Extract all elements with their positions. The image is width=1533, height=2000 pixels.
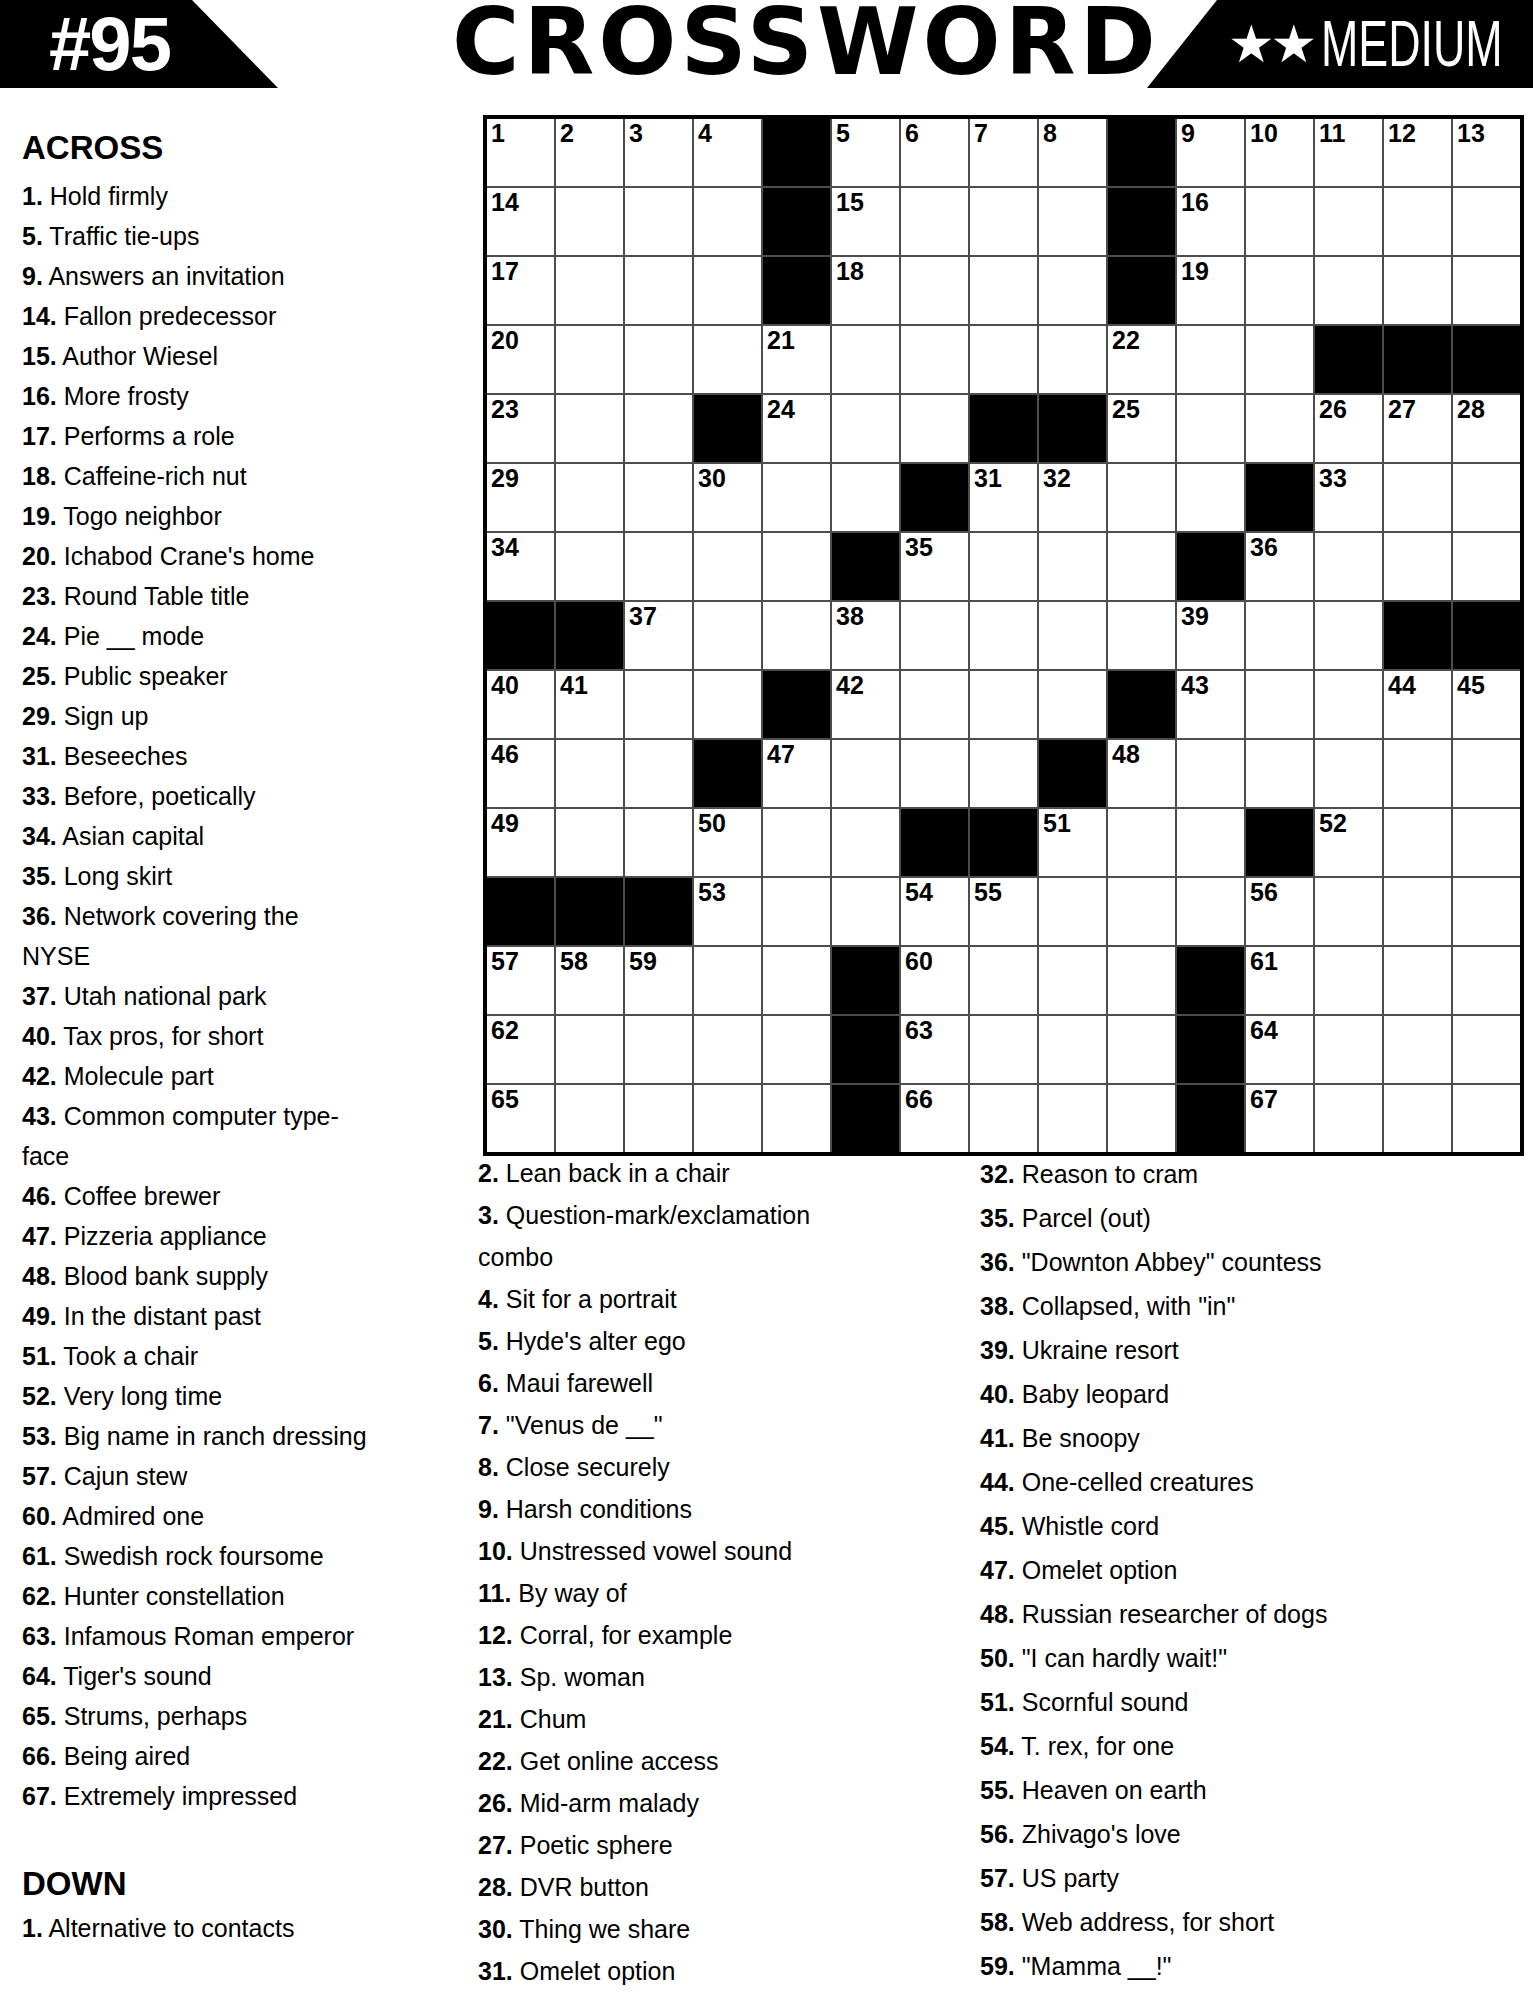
grid-cell[interactable] xyxy=(1246,257,1313,324)
grid-cell[interactable]: 67 xyxy=(1246,1085,1313,1152)
clue: 19. Togo neighbor xyxy=(22,496,477,536)
clue-number: 40. xyxy=(980,1380,1015,1408)
clue-number: 28. xyxy=(478,1873,513,1901)
clue-number: 21. xyxy=(478,1705,513,1733)
grid-cell[interactable]: 31 xyxy=(970,464,1037,531)
grid-cell[interactable] xyxy=(694,602,761,669)
grid-cell[interactable]: 41 xyxy=(556,671,623,738)
grid-cell[interactable] xyxy=(625,809,692,876)
cell-number: 36 xyxy=(1250,533,1278,562)
grid-cell[interactable]: 24 xyxy=(763,395,830,462)
grid-cell[interactable] xyxy=(1246,602,1313,669)
grid-cell[interactable] xyxy=(1453,1016,1520,1083)
clue-text: Question-mark/exclamation combo xyxy=(478,1201,810,1271)
clue-text: Hunter constellation xyxy=(64,1582,285,1610)
clue-number: 26. xyxy=(478,1789,513,1817)
clue: 58. Web address, for short xyxy=(980,1900,1458,1944)
grid-cell[interactable]: 30 xyxy=(694,464,761,531)
grid-cell[interactable]: 58 xyxy=(556,947,623,1014)
difficulty-badge: ★★ MEDIUM xyxy=(1228,0,1533,88)
grid-cell[interactable] xyxy=(763,878,830,945)
grid-cell[interactable]: 16 xyxy=(1177,188,1244,255)
grid-cell[interactable]: 8 xyxy=(1039,119,1106,186)
grid-cell[interactable]: 55 xyxy=(970,878,1037,945)
grid-cell[interactable] xyxy=(694,1085,761,1152)
grid-cell[interactable]: 45 xyxy=(1453,671,1520,738)
grid-cell[interactable] xyxy=(1246,740,1313,807)
grid-cell[interactable]: 28 xyxy=(1453,395,1520,462)
cell-number: 4 xyxy=(698,119,712,148)
grid-cell[interactable] xyxy=(1315,602,1382,669)
grid-cell[interactable] xyxy=(1177,464,1244,531)
grid-cell[interactable] xyxy=(1384,1016,1451,1083)
clue-number: 4. xyxy=(478,1285,499,1313)
clue: 1. Alternative to contacts xyxy=(22,1908,477,1948)
grid-cell[interactable] xyxy=(1108,809,1175,876)
grid-cell[interactable]: 38 xyxy=(832,602,899,669)
grid-cell[interactable]: 54 xyxy=(901,878,968,945)
grid-cell[interactable] xyxy=(625,188,692,255)
clue-text: More frosty xyxy=(64,382,189,410)
grid-cell[interactable]: 5 xyxy=(832,119,899,186)
clue-number: 67. xyxy=(22,1782,57,1810)
clue-text: "Venus de __" xyxy=(506,1411,663,1439)
grid-cell[interactable] xyxy=(832,740,899,807)
grid-cell[interactable]: 35 xyxy=(901,533,968,600)
grid-cell[interactable]: 13 xyxy=(1453,119,1520,186)
grid-cell[interactable] xyxy=(1453,947,1520,1014)
cell-number: 37 xyxy=(629,602,657,631)
grid-cell[interactable] xyxy=(625,1085,692,1152)
cell-number: 14 xyxy=(491,188,519,217)
grid-cell[interactable] xyxy=(694,326,761,393)
clue: 59. "Mamma __!" xyxy=(980,1944,1458,1988)
grid-cell[interactable] xyxy=(1384,188,1451,255)
clue: 52. Very long time xyxy=(22,1376,477,1416)
grid-cell[interactable] xyxy=(763,533,830,600)
grid-cell[interactable] xyxy=(1315,947,1382,1014)
grid-cell[interactable] xyxy=(556,188,623,255)
block-cell xyxy=(1177,947,1244,1014)
clue-number: 9. xyxy=(478,1495,499,1523)
clue-number: 46. xyxy=(22,1182,57,1210)
grid-cell[interactable] xyxy=(1177,809,1244,876)
grid-cell[interactable] xyxy=(1315,1085,1382,1152)
grid-cell[interactable]: 65 xyxy=(487,1085,554,1152)
grid-cell[interactable]: 44 xyxy=(1384,671,1451,738)
grid-cell[interactable]: 48 xyxy=(1108,740,1175,807)
grid-cell[interactable]: 59 xyxy=(625,947,692,1014)
grid-cell[interactable]: 51 xyxy=(1039,809,1106,876)
grid-cell[interactable] xyxy=(832,464,899,531)
clue-text: T. rex, for one xyxy=(1021,1732,1174,1760)
grid-cell[interactable] xyxy=(832,326,899,393)
grid-cell[interactable] xyxy=(556,740,623,807)
clue-number: 15. xyxy=(22,342,57,370)
grid-cell[interactable]: 34 xyxy=(487,533,554,600)
grid-cell[interactable] xyxy=(625,1016,692,1083)
grid-cell[interactable] xyxy=(694,188,761,255)
grid-cell[interactable] xyxy=(1108,602,1175,669)
grid-cell[interactable] xyxy=(970,1016,1037,1083)
grid-cell[interactable]: 19 xyxy=(1177,257,1244,324)
grid-cell[interactable] xyxy=(1384,1085,1451,1152)
grid-cell[interactable]: 27 xyxy=(1384,395,1451,462)
clue: 32. Reason to cram xyxy=(980,1152,1458,1196)
clue-number: 54. xyxy=(980,1732,1015,1760)
grid-cell[interactable]: 14 xyxy=(487,188,554,255)
block-cell xyxy=(1108,671,1175,738)
grid-cell[interactable]: 17 xyxy=(487,257,554,324)
grid-cell[interactable] xyxy=(625,671,692,738)
grid-cell[interactable] xyxy=(1453,257,1520,324)
clue-text: Alternative to contacts xyxy=(48,1914,294,1942)
grid-cell[interactable] xyxy=(625,395,692,462)
block-cell xyxy=(1246,464,1313,531)
cell-number: 54 xyxy=(905,878,933,907)
grid-cell[interactable]: 12 xyxy=(1384,119,1451,186)
grid-cell[interactable]: 10 xyxy=(1246,119,1313,186)
grid-cell[interactable] xyxy=(1453,740,1520,807)
grid-cell[interactable] xyxy=(1039,1085,1106,1152)
grid-cell[interactable] xyxy=(556,326,623,393)
clue-number: 5. xyxy=(478,1327,499,1355)
cell-number: 24 xyxy=(767,395,795,424)
grid-cell[interactable] xyxy=(1246,326,1313,393)
grid-cell[interactable] xyxy=(970,188,1037,255)
clue-text: Russian researcher of dogs xyxy=(1022,1600,1328,1628)
cell-number: 9 xyxy=(1181,119,1195,148)
block-cell xyxy=(694,740,761,807)
grid-cell[interactable] xyxy=(1177,326,1244,393)
grid-cell[interactable]: 22 xyxy=(1108,326,1175,393)
grid-cell[interactable] xyxy=(1453,533,1520,600)
clue-number: 20. xyxy=(22,542,57,570)
cell-number: 38 xyxy=(836,602,864,631)
grid-cell[interactable] xyxy=(1177,740,1244,807)
clue-number: 12. xyxy=(478,1621,513,1649)
clue: 6. Maui farewell xyxy=(478,1362,946,1404)
grid-cell[interactable] xyxy=(1108,1016,1175,1083)
grid-cell[interactable] xyxy=(1315,671,1382,738)
down-clues-section-left: DOWN 1. Alternative to contacts xyxy=(22,1866,477,1948)
grid-cell[interactable] xyxy=(1384,740,1451,807)
grid-cell[interactable]: 56 xyxy=(1246,878,1313,945)
clue: 38. Collapsed, with "in" xyxy=(980,1284,1458,1328)
clue-number: 57. xyxy=(980,1864,1015,1892)
clue-text: Strums, perhaps xyxy=(64,1702,247,1730)
clue: 66. Being aired xyxy=(22,1736,477,1776)
grid-cell[interactable] xyxy=(625,326,692,393)
grid-cell[interactable]: 61 xyxy=(1246,947,1313,1014)
block-cell xyxy=(832,1016,899,1083)
grid-cell[interactable] xyxy=(1039,1016,1106,1083)
grid-cell[interactable] xyxy=(694,533,761,600)
grid-cell[interactable]: 40 xyxy=(487,671,554,738)
grid-cell[interactable] xyxy=(1246,395,1313,462)
grid-cell[interactable] xyxy=(1384,533,1451,600)
grid-cell[interactable]: 26 xyxy=(1315,395,1382,462)
grid-cell[interactable] xyxy=(970,740,1037,807)
grid-cell[interactable] xyxy=(763,464,830,531)
grid-cell[interactable] xyxy=(832,395,899,462)
clue-number: 47. xyxy=(22,1222,57,1250)
clue-number: 9. xyxy=(22,262,43,290)
grid-cell[interactable] xyxy=(763,947,830,1014)
grid-cell[interactable]: 1 xyxy=(487,119,554,186)
grid-cell[interactable] xyxy=(1177,878,1244,945)
grid-cell[interactable] xyxy=(763,1016,830,1083)
page-title: CROSSWORD xyxy=(452,0,1160,88)
clue-number: 31. xyxy=(478,1957,513,1985)
cell-number: 23 xyxy=(491,395,519,424)
grid-cell[interactable] xyxy=(1315,257,1382,324)
grid-cell[interactable]: 37 xyxy=(625,602,692,669)
crossword-grid: 1234567891011121314151617181920212223242… xyxy=(483,115,1524,1156)
grid-cell[interactable]: 3 xyxy=(625,119,692,186)
down-clue-list-middle: 2. Lean back in a chair3. Question-mark/… xyxy=(478,1152,946,1992)
grid-cell[interactable]: 6 xyxy=(901,119,968,186)
clue: 11. By way of xyxy=(478,1572,946,1614)
clue-text: Collapsed, with "in" xyxy=(1022,1292,1236,1320)
clue-number: 45. xyxy=(980,1512,1015,1540)
grid-cell[interactable]: 2 xyxy=(556,119,623,186)
grid-cell[interactable] xyxy=(625,464,692,531)
down-clue-list-right: 32. Reason to cram35. Parcel (out)36. "D… xyxy=(980,1152,1458,1988)
block-cell xyxy=(1384,602,1451,669)
clue-number: 8. xyxy=(478,1453,499,1481)
grid-cell[interactable] xyxy=(970,257,1037,324)
clue-number: 18. xyxy=(22,462,57,490)
clue-number: 49. xyxy=(22,1302,57,1330)
grid-cell[interactable] xyxy=(1315,533,1382,600)
grid-cell[interactable] xyxy=(970,602,1037,669)
grid-cell[interactable]: 42 xyxy=(832,671,899,738)
clue-text: Beseeches xyxy=(64,742,188,770)
grid-cell[interactable]: 29 xyxy=(487,464,554,531)
grid-cell[interactable]: 43 xyxy=(1177,671,1244,738)
cell-number: 52 xyxy=(1319,809,1347,838)
grid-cell[interactable] xyxy=(1315,878,1382,945)
down-clues-section-middle: 2. Lean back in a chair3. Question-mark/… xyxy=(478,1152,946,1992)
grid-cell[interactable]: 33 xyxy=(1315,464,1382,531)
grid-cell[interactable] xyxy=(1039,257,1106,324)
grid-cell[interactable]: 20 xyxy=(487,326,554,393)
clue-text: Togo neighbor xyxy=(63,502,221,530)
clue: 61. Swedish rock foursome xyxy=(22,1536,477,1576)
grid-cell[interactable]: 46 xyxy=(487,740,554,807)
clue: 39. Ukraine resort xyxy=(980,1328,1458,1372)
grid-cell[interactable]: 36 xyxy=(1246,533,1313,600)
cell-number: 26 xyxy=(1319,395,1347,424)
grid-cell[interactable]: 25 xyxy=(1108,395,1175,462)
clue: 67. Extremely impressed xyxy=(22,1776,477,1816)
grid-cell[interactable] xyxy=(1108,947,1175,1014)
grid-cell[interactable]: 15 xyxy=(832,188,899,255)
grid-cell[interactable] xyxy=(1246,671,1313,738)
grid-cell[interactable] xyxy=(1384,464,1451,531)
grid-cell[interactable] xyxy=(970,671,1037,738)
clue-number: 55. xyxy=(980,1776,1015,1804)
grid-cell[interactable] xyxy=(694,671,761,738)
grid-cell[interactable]: 11 xyxy=(1315,119,1382,186)
clue-number: 63. xyxy=(22,1622,57,1650)
grid-cell[interactable] xyxy=(901,395,968,462)
grid-cell[interactable] xyxy=(1384,257,1451,324)
grid-cell[interactable] xyxy=(556,809,623,876)
clue: 41. Be snoopy xyxy=(980,1416,1458,1460)
across-clues-section: ACROSS 1. Hold firmly5. Traffic tie-ups9… xyxy=(22,130,477,1816)
grid-cell[interactable] xyxy=(970,326,1037,393)
grid-cell[interactable] xyxy=(625,740,692,807)
grid-cell[interactable]: 49 xyxy=(487,809,554,876)
grid-cell[interactable]: 23 xyxy=(487,395,554,462)
clue: 10. Unstressed vowel sound xyxy=(478,1530,946,1572)
grid-cell[interactable] xyxy=(970,1085,1037,1152)
grid-cell[interactable]: 57 xyxy=(487,947,554,1014)
grid-cell[interactable] xyxy=(694,1016,761,1083)
clue-text: Traffic tie-ups xyxy=(49,222,199,250)
grid-cell[interactable] xyxy=(556,1016,623,1083)
grid-cell[interactable] xyxy=(1315,740,1382,807)
clue-text: Omelet option xyxy=(1022,1556,1178,1584)
clue-number: 11. xyxy=(478,1579,511,1607)
clue-number: 2. xyxy=(478,1159,499,1187)
grid-cell[interactable] xyxy=(1039,326,1106,393)
block-cell xyxy=(556,878,623,945)
grid-cell[interactable] xyxy=(1039,533,1106,600)
grid-cell[interactable] xyxy=(1108,1085,1175,1152)
grid-cell[interactable] xyxy=(901,257,968,324)
grid-cell[interactable] xyxy=(901,326,968,393)
cell-number: 47 xyxy=(767,740,795,769)
clue: 31. Omelet option xyxy=(478,1950,946,1992)
grid-cell[interactable] xyxy=(556,464,623,531)
grid-cell[interactable] xyxy=(1039,878,1106,945)
block-cell xyxy=(1108,119,1175,186)
grid-cell[interactable] xyxy=(1039,188,1106,255)
clue: 17. Performs a role xyxy=(22,416,477,456)
clue-number: 36. xyxy=(980,1248,1015,1276)
grid-cell[interactable] xyxy=(901,740,968,807)
grid-cell[interactable] xyxy=(1384,947,1451,1014)
grid-cell[interactable]: 63 xyxy=(901,1016,968,1083)
grid-cell[interactable]: 9 xyxy=(1177,119,1244,186)
clue-number: 1. xyxy=(22,1914,43,1942)
clue-text: Scornful sound xyxy=(1022,1688,1189,1716)
clue-number: 3. xyxy=(478,1201,499,1229)
grid-cell[interactable] xyxy=(1315,188,1382,255)
grid-cell[interactable] xyxy=(1453,878,1520,945)
grid-cell[interactable] xyxy=(763,809,830,876)
clue-text: Thing we share xyxy=(519,1915,690,1943)
clue: 25. Public speaker xyxy=(22,656,477,696)
clue: 47. Omelet option xyxy=(980,1548,1458,1592)
grid-cell[interactable]: 60 xyxy=(901,947,968,1014)
clue-number: 33. xyxy=(22,782,57,810)
grid-cell[interactable] xyxy=(1177,395,1244,462)
clue-text: Sp. woman xyxy=(520,1663,645,1691)
grid-cell[interactable] xyxy=(1453,1085,1520,1152)
grid-cell[interactable] xyxy=(970,533,1037,600)
grid-cell[interactable]: 47 xyxy=(763,740,830,807)
grid-cell[interactable] xyxy=(1039,671,1106,738)
block-cell xyxy=(1108,257,1175,324)
grid-cell[interactable] xyxy=(625,533,692,600)
grid-cell[interactable] xyxy=(1315,1016,1382,1083)
clue: 2. Lean back in a chair xyxy=(478,1152,946,1194)
grid-cell[interactable] xyxy=(1384,878,1451,945)
cell-number: 46 xyxy=(491,740,519,769)
block-cell xyxy=(1177,533,1244,600)
header-bar: #95 CROSSWORD ★★ MEDIUM xyxy=(0,0,1533,88)
grid-cell[interactable] xyxy=(556,395,623,462)
grid-cell[interactable]: 53 xyxy=(694,878,761,945)
grid-cell[interactable] xyxy=(901,602,968,669)
block-cell xyxy=(1108,188,1175,255)
clue-number: 7. xyxy=(478,1411,499,1439)
grid-cell[interactable] xyxy=(1108,533,1175,600)
grid-cell[interactable] xyxy=(832,809,899,876)
grid-cell[interactable] xyxy=(1384,809,1451,876)
grid-cell[interactable] xyxy=(832,878,899,945)
grid-cell[interactable] xyxy=(901,671,968,738)
grid-cell[interactable] xyxy=(1108,464,1175,531)
grid-cell[interactable] xyxy=(1108,878,1175,945)
grid-cell[interactable] xyxy=(901,188,968,255)
clue-text: Admired one xyxy=(62,1502,204,1530)
grid-cell[interactable]: 50 xyxy=(694,809,761,876)
cell-number: 62 xyxy=(491,1016,519,1045)
clue-number: 6. xyxy=(478,1369,499,1397)
grid-cell[interactable] xyxy=(970,947,1037,1014)
grid-cell[interactable]: 39 xyxy=(1177,602,1244,669)
grid-cell[interactable] xyxy=(1453,464,1520,531)
grid-cell[interactable] xyxy=(625,257,692,324)
grid-cell[interactable]: 62 xyxy=(487,1016,554,1083)
grid-cell[interactable] xyxy=(556,257,623,324)
grid-cell[interactable] xyxy=(694,257,761,324)
grid-cell[interactable] xyxy=(694,947,761,1014)
grid-cell[interactable]: 52 xyxy=(1315,809,1382,876)
clue-text: Network covering the NYSE xyxy=(22,902,299,970)
clue: 57. Cajun stew xyxy=(22,1456,477,1496)
grid-cell[interactable]: 64 xyxy=(1246,1016,1313,1083)
grid-cell[interactable]: 21 xyxy=(763,326,830,393)
grid-cell[interactable]: 18 xyxy=(832,257,899,324)
clue-number: 24. xyxy=(22,622,57,650)
grid-cell[interactable]: 7 xyxy=(970,119,1037,186)
clue-text: Molecule part xyxy=(64,1062,214,1090)
clue: 40. Baby leopard xyxy=(980,1372,1458,1416)
grid-cell[interactable]: 4 xyxy=(694,119,761,186)
clue-number: 35. xyxy=(22,862,57,890)
block-cell xyxy=(1315,326,1382,393)
grid-cell[interactable] xyxy=(556,533,623,600)
clue-number: 51. xyxy=(980,1688,1015,1716)
grid-cell[interactable] xyxy=(1039,947,1106,1014)
grid-cell[interactable] xyxy=(763,1085,830,1152)
grid-cell[interactable] xyxy=(763,602,830,669)
grid-cell[interactable] xyxy=(1453,809,1520,876)
grid-cell[interactable] xyxy=(1453,188,1520,255)
grid-cell[interactable]: 66 xyxy=(901,1085,968,1152)
grid-cell[interactable]: 32 xyxy=(1039,464,1106,531)
clue-text: Long skirt xyxy=(64,862,172,890)
grid-cell[interactable] xyxy=(556,1085,623,1152)
grid-cell[interactable] xyxy=(1039,602,1106,669)
grid-cell[interactable] xyxy=(1246,188,1313,255)
